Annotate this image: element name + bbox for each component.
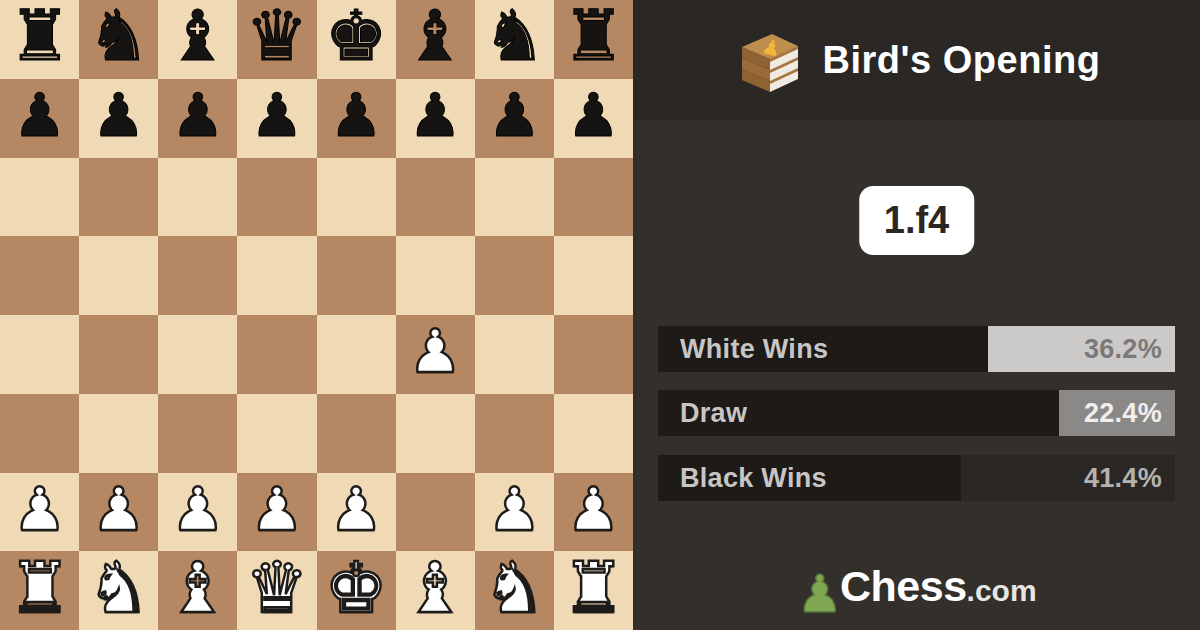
square-h1[interactable]: ♜	[554, 551, 633, 630]
square-d8[interactable]: ♛	[237, 0, 316, 79]
black-wins-value: 41.4%	[1084, 463, 1162, 494]
square-b6[interactable]	[79, 158, 158, 237]
square-c2[interactable]: ♟	[158, 473, 237, 552]
black-pawn-b7[interactable]: ♟	[92, 85, 146, 145]
white-knight-b1[interactable]: ♞	[87, 553, 150, 623]
square-a3[interactable]	[0, 394, 79, 473]
square-g4[interactable]	[475, 315, 554, 394]
square-e7[interactable]: ♟	[317, 79, 396, 158]
square-d2[interactable]: ♟	[237, 473, 316, 552]
square-c7[interactable]: ♟	[158, 79, 237, 158]
square-b7[interactable]: ♟	[79, 79, 158, 158]
square-f6[interactable]	[396, 158, 475, 237]
square-g2[interactable]: ♟	[475, 473, 554, 552]
square-c8[interactable]: ♝	[158, 0, 237, 79]
square-d6[interactable]	[237, 158, 316, 237]
square-e1[interactable]: ♚	[317, 551, 396, 630]
black-rook-h8[interactable]: ♜	[562, 1, 625, 71]
square-b1[interactable]: ♞	[79, 551, 158, 630]
black-wins-fill: 41.4%	[961, 455, 1175, 501]
black-bishop-c8[interactable]: ♝	[166, 1, 229, 71]
square-a7[interactable]: ♟	[0, 79, 79, 158]
square-a4[interactable]	[0, 315, 79, 394]
stats-bars: 36.2% White Wins 22.4% Draw 41.4% Black …	[658, 0, 1175, 630]
white-pawn-g2[interactable]: ♟	[487, 479, 541, 539]
square-b4[interactable]	[79, 315, 158, 394]
white-queen-d1[interactable]: ♛	[246, 553, 309, 623]
square-d7[interactable]: ♟	[237, 79, 316, 158]
square-d5[interactable]	[237, 236, 316, 315]
square-b2[interactable]: ♟	[79, 473, 158, 552]
white-rook-h1[interactable]: ♜	[562, 553, 625, 623]
square-g5[interactable]	[475, 236, 554, 315]
white-wins-fill: 36.2%	[988, 326, 1175, 372]
square-h4[interactable]	[554, 315, 633, 394]
square-d1[interactable]: ♛	[237, 551, 316, 630]
white-pawn-e2[interactable]: ♟	[329, 479, 383, 539]
square-g6[interactable]	[475, 158, 554, 237]
square-c6[interactable]	[158, 158, 237, 237]
chesscom-logo[interactable]: ♟ Chess .com	[796, 562, 1036, 614]
square-e6[interactable]	[317, 158, 396, 237]
logo-brand-text: Chess	[840, 562, 967, 611]
black-wins-bar: 41.4% Black Wins	[658, 455, 1175, 501]
black-rook-a8[interactable]: ♜	[8, 1, 71, 71]
white-wins-bar: 36.2% White Wins	[658, 326, 1175, 372]
square-h8[interactable]: ♜	[554, 0, 633, 79]
black-pawn-g7[interactable]: ♟	[487, 85, 541, 145]
square-c1[interactable]: ♝	[158, 551, 237, 630]
white-wins-value: 36.2%	[1084, 334, 1162, 365]
square-d4[interactable]	[237, 315, 316, 394]
square-e8[interactable]: ♚	[317, 0, 396, 79]
square-g3[interactable]	[475, 394, 554, 473]
black-pawn-f7[interactable]: ♟	[408, 85, 462, 145]
logo-tld-text: .com	[967, 574, 1037, 608]
square-f8[interactable]: ♝	[396, 0, 475, 79]
square-f2[interactable]	[396, 473, 475, 552]
white-bishop-f1[interactable]: ♝	[404, 553, 467, 623]
white-pawn-f4[interactable]: ♟	[408, 321, 462, 381]
square-e3[interactable]	[317, 394, 396, 473]
black-bishop-f8[interactable]: ♝	[404, 1, 467, 71]
square-b3[interactable]	[79, 394, 158, 473]
white-king-e1[interactable]: ♚	[325, 553, 388, 623]
white-wins-label: White Wins	[680, 326, 828, 372]
white-pawn-d2[interactable]: ♟	[250, 479, 304, 539]
square-f1[interactable]: ♝	[396, 551, 475, 630]
square-f3[interactable]	[396, 394, 475, 473]
black-knight-b8[interactable]: ♞	[87, 1, 150, 71]
square-a2[interactable]: ♟	[0, 473, 79, 552]
black-pawn-e7[interactable]: ♟	[329, 85, 383, 145]
square-d3[interactable]	[237, 394, 316, 473]
square-g1[interactable]: ♞	[475, 551, 554, 630]
white-pawn-b2[interactable]: ♟	[92, 479, 146, 539]
square-e2[interactable]: ♟	[317, 473, 396, 552]
draw-fill: 22.4%	[1059, 390, 1175, 436]
info-panel: ♟ Bird's Opening 1.f4 36.2% White Wins 2…	[633, 0, 1200, 630]
square-a5[interactable]	[0, 236, 79, 315]
chess-board: ♜♞♝♛♚♝♞♜♟♟♟♟♟♟♟♟♟♟♟♟♟♟♟♟♜♞♝♛♚♝♞♜	[0, 0, 633, 630]
square-c5[interactable]	[158, 236, 237, 315]
green-pawn-icon: ♟	[796, 568, 843, 620]
square-b5[interactable]	[79, 236, 158, 315]
square-a6[interactable]	[0, 158, 79, 237]
square-h3[interactable]	[554, 394, 633, 473]
square-h6[interactable]	[554, 158, 633, 237]
black-wins-label: Black Wins	[680, 455, 827, 501]
square-h5[interactable]	[554, 236, 633, 315]
square-g7[interactable]: ♟	[475, 79, 554, 158]
black-pawn-d7[interactable]: ♟	[250, 85, 304, 145]
white-pawn-h2[interactable]: ♟	[567, 479, 621, 539]
square-f7[interactable]: ♟	[396, 79, 475, 158]
draw-value: 22.4%	[1084, 398, 1162, 429]
black-pawn-h7[interactable]: ♟	[567, 85, 621, 145]
black-king-e8[interactable]: ♚	[325, 1, 388, 71]
square-c3[interactable]	[158, 394, 237, 473]
square-f4[interactable]: ♟	[396, 315, 475, 394]
black-pawn-a7[interactable]: ♟	[13, 85, 67, 145]
square-b8[interactable]: ♞	[79, 0, 158, 79]
white-pawn-a2[interactable]: ♟	[13, 479, 67, 539]
square-e4[interactable]	[317, 315, 396, 394]
white-bishop-c1[interactable]: ♝	[166, 553, 229, 623]
square-c4[interactable]	[158, 315, 237, 394]
square-g8[interactable]: ♞	[475, 0, 554, 79]
draw-bar: 22.4% Draw	[658, 390, 1175, 436]
black-queen-d8[interactable]: ♛	[246, 1, 309, 71]
white-pawn-c2[interactable]: ♟	[171, 479, 225, 539]
white-knight-g1[interactable]: ♞	[483, 553, 546, 623]
square-f5[interactable]	[396, 236, 475, 315]
white-rook-a1[interactable]: ♜	[8, 553, 71, 623]
square-e5[interactable]	[317, 236, 396, 315]
opening-card: ♜♞♝♛♚♝♞♜♟♟♟♟♟♟♟♟♟♟♟♟♟♟♟♟♜♞♝♛♚♝♞♜ ♟ Bird'…	[0, 0, 1200, 630]
square-h2[interactable]: ♟	[554, 473, 633, 552]
square-h7[interactable]: ♟	[554, 79, 633, 158]
black-knight-g8[interactable]: ♞	[483, 1, 546, 71]
black-pawn-c7[interactable]: ♟	[171, 85, 225, 145]
square-a8[interactable]: ♜	[0, 0, 79, 79]
square-a1[interactable]: ♜	[0, 551, 79, 630]
draw-label: Draw	[680, 390, 747, 436]
